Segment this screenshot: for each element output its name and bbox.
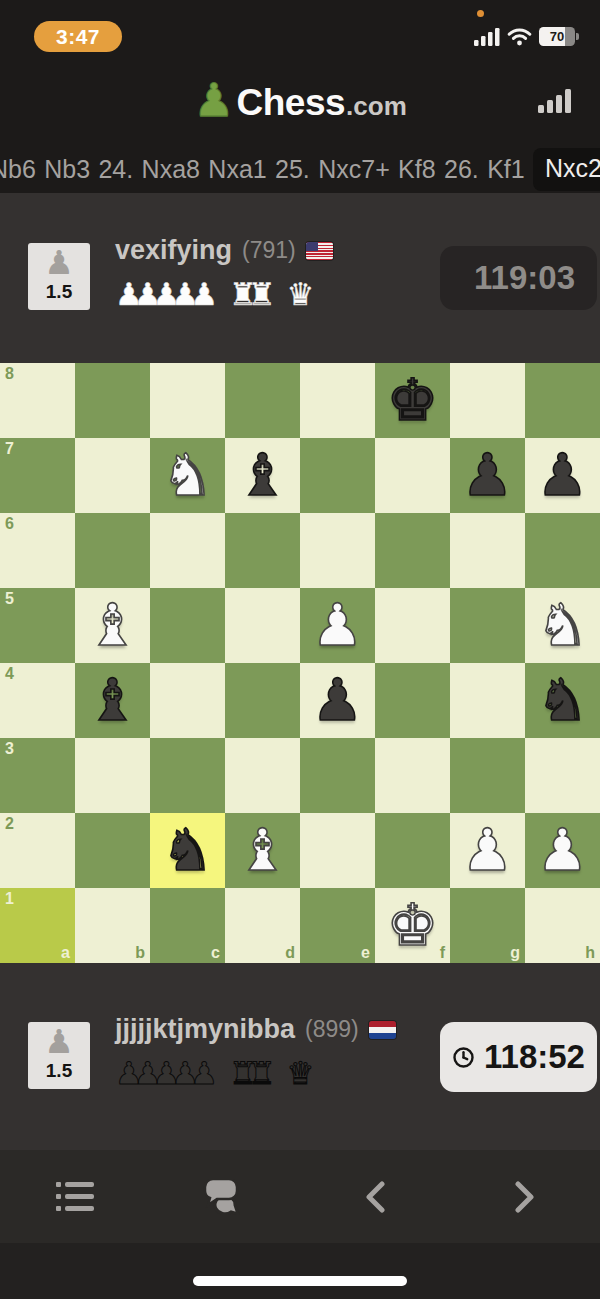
square-f3[interactable]	[375, 738, 450, 813]
white-bishop-b5[interactable]: ♝	[87, 588, 139, 663]
square-g3[interactable]	[450, 738, 525, 813]
square-b1[interactable]: b	[75, 888, 150, 963]
move-item[interactable]: 24.	[98, 155, 133, 184]
square-e7[interactable]	[300, 438, 375, 513]
status-bar: 3:47	[0, 0, 600, 60]
previous-move-button[interactable]	[335, 1167, 415, 1227]
status-time-pill: 3:47	[34, 21, 122, 52]
square-h3[interactable]	[525, 738, 600, 813]
player-top-name[interactable]: vexifying	[115, 235, 232, 266]
avatar-pawn-icon: ♟	[44, 1022, 74, 1062]
player-top-clock: 119:03	[440, 246, 597, 310]
chesscom-logo: ♟ Chess .com	[193, 82, 407, 124]
square-b3[interactable]	[75, 738, 150, 813]
wifi-icon	[507, 28, 532, 46]
rank-label: 4	[5, 666, 14, 682]
square-c6[interactable]	[150, 513, 225, 588]
connection-strength-icon	[538, 89, 572, 117]
square-g4[interactable]	[450, 663, 525, 738]
square-d7[interactable]: ♝	[225, 438, 300, 513]
square-h7[interactable]: ♟	[525, 438, 600, 513]
status-time: 3:47	[56, 25, 100, 49]
square-e6[interactable]	[300, 513, 375, 588]
move-item[interactable]: 25.	[275, 155, 310, 184]
square-c2[interactable]: ♞	[150, 813, 225, 888]
player-top-match-score: 1.5	[46, 281, 72, 303]
square-a7[interactable]: 7	[0, 438, 75, 513]
file-label: b	[135, 945, 145, 961]
square-d5[interactable]	[225, 588, 300, 663]
file-label: f	[440, 945, 445, 961]
player-top-clock-time: 119:03	[474, 259, 575, 297]
home-indicator[interactable]	[193, 1276, 407, 1286]
file-label: g	[510, 945, 520, 961]
brand-name: Chess	[237, 82, 346, 124]
square-e1[interactable]: e	[300, 888, 375, 963]
player-bottom-rating: (899)	[305, 1016, 359, 1043]
square-d4[interactable]	[225, 663, 300, 738]
white-pawn-h2[interactable]: ♟	[537, 813, 589, 888]
square-a2[interactable]: 2	[0, 813, 75, 888]
avatar-pawn-icon: ♟	[44, 243, 74, 283]
captured-pawn-group: ♟♟♟♟♟	[115, 1056, 209, 1090]
black-bishop-d7[interactable]: ♝	[237, 438, 289, 513]
square-b2[interactable]	[75, 813, 150, 888]
file-label: c	[211, 945, 220, 961]
rank-label: 5	[5, 591, 14, 607]
player-bottom: ♟ 1.5 jjjjjktjmynibba (899) ♟♟♟♟♟♜♜♛ 118…	[0, 963, 600, 1150]
captured-queen-group: ♛	[287, 277, 306, 311]
white-pawn-e5[interactable]: ♟	[312, 588, 364, 663]
black-pawn-h7[interactable]: ♟	[537, 438, 589, 513]
square-c7[interactable]: ♞	[150, 438, 225, 513]
move-item-current[interactable]: Nxc2	[533, 148, 600, 191]
white-knight-h5[interactable]: ♞	[537, 588, 589, 663]
black-knight-h4[interactable]: ♞	[537, 663, 589, 738]
game-toolbar	[0, 1150, 600, 1243]
rank-label: 8	[5, 366, 14, 382]
square-a1[interactable]: 1a	[0, 888, 75, 963]
brand-suffix: .com	[346, 91, 407, 122]
square-f4[interactable]	[375, 663, 450, 738]
square-d3[interactable]	[225, 738, 300, 813]
move-item[interactable]: Nxa1	[208, 155, 266, 184]
white-king-f1[interactable]: ♚	[387, 888, 439, 963]
black-king-f8[interactable]: ♚	[387, 363, 439, 438]
status-icons: 70	[474, 27, 575, 46]
square-e3[interactable]	[300, 738, 375, 813]
rank-label: 2	[5, 816, 14, 832]
square-b7[interactable]	[75, 438, 150, 513]
player-bottom-name[interactable]: jjjjjktjmynibba	[115, 1014, 295, 1045]
player-bottom-match-score: 1.5	[46, 1060, 72, 1082]
black-bishop-b4[interactable]: ♝	[87, 663, 139, 738]
square-g8[interactable]	[450, 363, 525, 438]
square-a3[interactable]: 3	[0, 738, 75, 813]
move-item[interactable]: Kf1	[487, 155, 525, 184]
square-f2[interactable]	[375, 813, 450, 888]
black-pawn-e4[interactable]: ♟	[312, 663, 364, 738]
player-bottom-captured-pieces: ♟♟♟♟♟♜♜♛	[115, 1054, 396, 1090]
square-d1[interactable]: d	[225, 888, 300, 963]
square-a8[interactable]: 8	[0, 363, 75, 438]
square-g1[interactable]: g	[450, 888, 525, 963]
square-f6[interactable]	[375, 513, 450, 588]
square-b6[interactable]	[75, 513, 150, 588]
square-e5[interactable]: ♟	[300, 588, 375, 663]
black-knight-c2[interactable]: ♞	[162, 813, 214, 888]
square-c4[interactable]	[150, 663, 225, 738]
square-c5[interactable]	[150, 588, 225, 663]
player-top-avatar[interactable]: ♟ 1.5	[28, 243, 90, 310]
move-item[interactable]: Nxa8	[142, 155, 200, 184]
player-top-captured-pieces: ♟♟♟♟♟♜♜♛	[115, 275, 333, 311]
chat-button[interactable]	[185, 1167, 265, 1227]
rank-label: 7	[5, 441, 14, 457]
white-pawn-g2[interactable]: ♟	[462, 813, 514, 888]
square-e2[interactable]	[300, 813, 375, 888]
logo-pawn-icon: ♟	[193, 80, 234, 120]
captured-rook-group: ♜♜	[229, 277, 267, 311]
black-pawn-g7[interactable]: ♟	[462, 438, 514, 513]
file-label: h	[585, 945, 595, 961]
player-bottom-clock-time: 118:52	[484, 1038, 585, 1076]
player-bottom-avatar[interactable]: ♟ 1.5	[28, 1022, 90, 1089]
next-move-button[interactable]	[485, 1167, 565, 1227]
square-f8[interactable]: ♚	[375, 363, 450, 438]
cellular-signal-icon	[474, 28, 500, 46]
square-b5[interactable]: ♝	[75, 588, 150, 663]
captured-queen-group: ♛	[287, 1056, 306, 1090]
square-a6[interactable]: 6	[0, 513, 75, 588]
square-h2[interactable]: ♟	[525, 813, 600, 888]
square-h6[interactable]	[525, 513, 600, 588]
move-item[interactable]: Nxc7+	[318, 155, 390, 184]
square-h8[interactable]	[525, 363, 600, 438]
square-b8[interactable]	[75, 363, 150, 438]
square-h4[interactable]: ♞	[525, 663, 600, 738]
square-h1[interactable]: h	[525, 888, 600, 963]
square-f5[interactable]	[375, 588, 450, 663]
square-b4[interactable]: ♝	[75, 663, 150, 738]
bottom-bar	[0, 1243, 600, 1299]
rank-label: 6	[5, 516, 14, 532]
square-g5[interactable]	[450, 588, 525, 663]
player-bottom-flag-nl	[369, 1021, 396, 1039]
player-top-rating: (791)	[242, 237, 296, 264]
square-a5[interactable]: 5	[0, 588, 75, 663]
top-block: 3:47	[0, 0, 600, 193]
white-bishop-d2[interactable]: ♝	[237, 813, 289, 888]
clock-icon	[452, 1046, 475, 1069]
square-c3[interactable]	[150, 738, 225, 813]
battery-percent: 70	[550, 29, 564, 44]
square-e8[interactable]	[300, 363, 375, 438]
square-d2[interactable]: ♝	[225, 813, 300, 888]
square-g6[interactable]	[450, 513, 525, 588]
square-h5[interactable]: ♞	[525, 588, 600, 663]
square-f1[interactable]: f♚	[375, 888, 450, 963]
move-item[interactable]: 26.	[444, 155, 479, 184]
captured-pawn-group: ♟♟♟♟♟	[115, 277, 209, 311]
app-screen: 3:47	[0, 0, 600, 1299]
square-a4[interactable]: 4	[0, 663, 75, 738]
square-d8[interactable]	[225, 363, 300, 438]
white-knight-c7[interactable]: ♞	[162, 438, 214, 513]
captured-rook-group: ♜♜	[229, 1056, 267, 1090]
recording-dot-icon	[477, 10, 484, 17]
square-f7[interactable]	[375, 438, 450, 513]
rank-label: 1	[5, 891, 14, 907]
battery-icon: 70	[539, 27, 575, 46]
move-item[interactable]: Nb3	[44, 155, 90, 184]
square-g7[interactable]: ♟	[450, 438, 525, 513]
square-d6[interactable]	[225, 513, 300, 588]
move-item[interactable]: Kf8	[398, 155, 436, 184]
move-list: Nb6Nb324.Nxa8Nxa125.Nxc7+Kf826.Kf1Nxc2	[0, 145, 600, 193]
player-bottom-clock: 118:52	[440, 1022, 597, 1092]
player-top-flag-us	[306, 242, 333, 260]
square-c1[interactable]: c	[150, 888, 225, 963]
file-label: a	[61, 945, 70, 961]
player-top: ♟ 1.5 vexifying (791) ♟♟♟♟♟♜♜♛ 119:03	[0, 193, 600, 363]
rank-label: 3	[5, 741, 14, 757]
file-label: d	[285, 945, 295, 961]
chess-board: 8♚7♞♝♟♟65♝♟♞4♝♟♞32♞♝♟♟1abcdef♚gh	[0, 363, 600, 963]
square-g2[interactable]: ♟	[450, 813, 525, 888]
app-header: ♟ Chess .com	[0, 60, 600, 145]
square-e4[interactable]: ♟	[300, 663, 375, 738]
moves-list-button[interactable]	[35, 1167, 115, 1227]
file-label: e	[361, 945, 370, 961]
square-c8[interactable]	[150, 363, 225, 438]
move-item[interactable]: Nb6	[0, 155, 36, 184]
